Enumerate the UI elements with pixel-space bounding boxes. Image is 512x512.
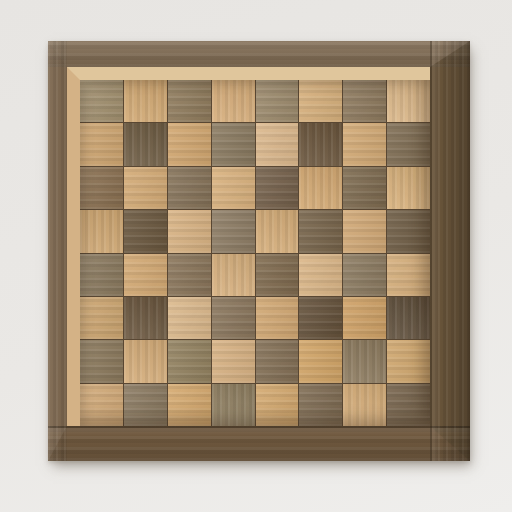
square-b8 [124,80,167,122]
square-b2 [124,340,167,382]
square-c8 [168,80,211,122]
square-f6 [299,167,342,209]
square-f2 [299,340,342,382]
square-g6 [343,167,386,209]
chessboard [48,41,470,461]
square-c1 [168,384,211,426]
square-h4 [387,254,430,296]
square-e5 [256,210,299,252]
square-b1 [124,384,167,426]
square-e6 [256,167,299,209]
square-a2 [80,340,123,382]
square-e4 [256,254,299,296]
square-a4 [80,254,123,296]
square-h2 [387,340,430,382]
square-c2 [168,340,211,382]
square-d8 [212,80,255,122]
square-f3 [299,297,342,339]
square-c6 [168,167,211,209]
square-f7 [299,123,342,165]
square-a8 [80,80,123,122]
square-e7 [256,123,299,165]
square-e8 [256,80,299,122]
square-f5 [299,210,342,252]
square-d3 [212,297,255,339]
square-b4 [124,254,167,296]
square-e2 [256,340,299,382]
square-h8 [387,80,430,122]
square-h3 [387,297,430,339]
square-b5 [124,210,167,252]
square-g8 [343,80,386,122]
square-c7 [168,123,211,165]
square-g1 [343,384,386,426]
square-h5 [387,210,430,252]
square-f4 [299,254,342,296]
square-g2 [343,340,386,382]
square-g5 [343,210,386,252]
square-b7 [124,123,167,165]
square-h7 [387,123,430,165]
board-squares-grid [80,80,430,426]
square-d2 [212,340,255,382]
square-c3 [168,297,211,339]
board-inner-trim [67,67,430,426]
square-d7 [212,123,255,165]
photo-background-wall [0,0,512,512]
square-e1 [256,384,299,426]
square-a5 [80,210,123,252]
square-d6 [212,167,255,209]
square-g3 [343,297,386,339]
square-c4 [168,254,211,296]
square-f8 [299,80,342,122]
square-a7 [80,123,123,165]
square-f1 [299,384,342,426]
square-g7 [343,123,386,165]
square-a1 [80,384,123,426]
square-c5 [168,210,211,252]
square-e3 [256,297,299,339]
square-b3 [124,297,167,339]
square-b6 [124,167,167,209]
square-d1 [212,384,255,426]
square-d5 [212,210,255,252]
square-a6 [80,167,123,209]
square-a3 [80,297,123,339]
square-d4 [212,254,255,296]
square-h6 [387,167,430,209]
square-g4 [343,254,386,296]
square-h1 [387,384,430,426]
